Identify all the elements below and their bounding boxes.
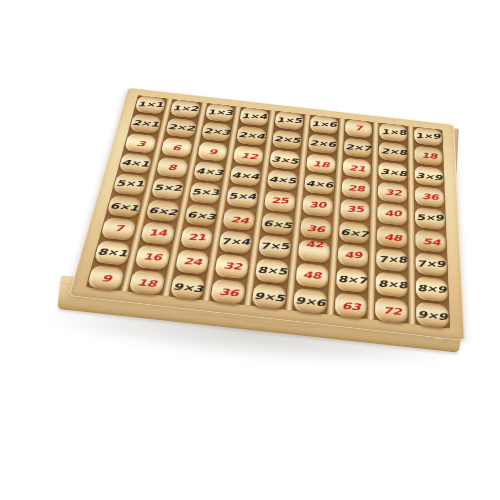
tile-label: 6×7 bbox=[340, 228, 368, 239]
tile-r1c5[interactable]: 1×5 bbox=[275, 111, 304, 131]
tile-r8c7[interactable]: 8×7 bbox=[336, 267, 368, 293]
tile-r3c6[interactable]: 18 bbox=[306, 153, 336, 174]
tile-label: 5×1 bbox=[116, 179, 144, 187]
tile-label: 2×2 bbox=[168, 123, 195, 132]
tile-r1c6[interactable]: 1×6 bbox=[310, 115, 339, 135]
tile-label: 8 bbox=[168, 164, 177, 172]
tile-label: 32 bbox=[384, 188, 401, 197]
tile-label: 1×3 bbox=[207, 109, 233, 117]
tile-label: 18 bbox=[420, 152, 437, 160]
tile-label: 8×8 bbox=[377, 279, 407, 290]
tile-label: 1×6 bbox=[311, 120, 337, 128]
tile-label: 18 bbox=[313, 160, 330, 169]
tile-label: 1×4 bbox=[242, 113, 268, 121]
tile-r1c2[interactable]: 1×2 bbox=[169, 99, 200, 119]
tile-r4c7[interactable]: 28 bbox=[341, 177, 371, 199]
tile-label: 6×2 bbox=[148, 206, 177, 217]
tile-r8c6[interactable]: 48 bbox=[295, 263, 328, 289]
tile-r3c1[interactable]: 3 bbox=[124, 133, 157, 154]
tile-label: 8×9 bbox=[417, 284, 447, 295]
tile-label: 9×6 bbox=[295, 295, 325, 307]
tile-label: 2×3 bbox=[203, 127, 229, 136]
tile-r9c8[interactable]: 72 bbox=[375, 297, 407, 324]
tile-label: 1×2 bbox=[172, 105, 198, 113]
tile-r6c3[interactable]: 6×3 bbox=[184, 203, 218, 227]
tile-r4c6[interactable]: 4×6 bbox=[304, 173, 334, 195]
tile-label: 6×5 bbox=[263, 219, 292, 230]
tile-r2c7[interactable]: 2×7 bbox=[343, 138, 372, 159]
tile-label: 2×5 bbox=[274, 135, 300, 144]
tile-r6c8[interactable]: 48 bbox=[377, 225, 407, 249]
tile-label: 21 bbox=[188, 233, 206, 242]
tile-r7c1[interactable]: 7 bbox=[100, 217, 136, 241]
tile-r5c5[interactable]: 25 bbox=[264, 190, 296, 213]
tile-r1c8[interactable]: 1×8 bbox=[380, 123, 408, 143]
tile-label: 14 bbox=[149, 228, 167, 237]
tile-r5c3[interactable]: 5×3 bbox=[188, 182, 221, 205]
tile-label: 5×2 bbox=[154, 184, 182, 192]
tile-label: 18 bbox=[137, 277, 157, 288]
tile-r6c4[interactable]: 24 bbox=[223, 208, 256, 232]
tile-r7c9[interactable]: 7×9 bbox=[416, 252, 447, 277]
tile-r6c2[interactable]: 6×2 bbox=[145, 199, 180, 222]
tile-r7c5[interactable]: 7×5 bbox=[258, 235, 291, 260]
tile-label: 30 bbox=[308, 201, 326, 209]
tile-label: 6×1 bbox=[109, 201, 139, 212]
tile-r4c2[interactable]: 8 bbox=[156, 157, 189, 179]
tile-label: 7 bbox=[114, 224, 123, 232]
tile-label: 8×5 bbox=[258, 266, 287, 277]
tile-label: 16 bbox=[143, 252, 162, 262]
tile-r3c3[interactable]: 9 bbox=[197, 141, 229, 162]
tile-label: 54 bbox=[422, 237, 440, 247]
tile-label: 40 bbox=[383, 209, 402, 217]
tile-label: 3×8 bbox=[380, 167, 406, 177]
tile-label: 3 bbox=[136, 140, 146, 148]
tile-label: 8×7 bbox=[337, 275, 367, 286]
tile-label: 5×3 bbox=[191, 188, 219, 197]
tile-label: 2×8 bbox=[380, 147, 406, 156]
tile-grid: 1×12×134×15×16×178×191×22×2685×26×214161… bbox=[86, 95, 450, 328]
tile-r4c9[interactable]: 36 bbox=[415, 186, 444, 208]
tile-r6c5[interactable]: 6×5 bbox=[261, 212, 293, 236]
tile-r9c2[interactable]: 18 bbox=[128, 269, 165, 295]
tile-label: 24 bbox=[230, 215, 248, 225]
tile-label: 1×8 bbox=[380, 128, 407, 136]
tile-r8c9[interactable]: 8×9 bbox=[416, 276, 448, 302]
tile-label: 7×5 bbox=[260, 242, 289, 251]
tile-r2c1[interactable]: 2×1 bbox=[129, 114, 161, 134]
tile-r2c9[interactable]: 18 bbox=[415, 146, 443, 167]
tile-r8c8[interactable]: 8×8 bbox=[376, 272, 408, 298]
tile-label: 2×1 bbox=[132, 119, 159, 128]
tile-r8c4[interactable]: 32 bbox=[215, 254, 250, 280]
tile-label: 7×8 bbox=[377, 255, 407, 264]
product-photo-stage: 1×12×134×15×16×178×191×22×2685×26×214161… bbox=[0, 0, 500, 500]
tile-label: 9×9 bbox=[418, 309, 448, 321]
tile-label: 72 bbox=[382, 305, 401, 316]
tile-r4c5[interactable]: 4×5 bbox=[267, 169, 298, 191]
tile-label: 4×1 bbox=[121, 159, 149, 168]
tile-r9c3[interactable]: 9×3 bbox=[169, 274, 205, 300]
tile-label: 8×1 bbox=[97, 247, 128, 258]
tile-label: 9 bbox=[100, 273, 111, 283]
tile-r8c2[interactable]: 16 bbox=[134, 245, 170, 270]
tile-label: 4×5 bbox=[269, 175, 296, 184]
tile-r5c1[interactable]: 5×1 bbox=[113, 173, 147, 196]
tile-r1c4[interactable]: 1×4 bbox=[239, 107, 269, 127]
tile-r1c9[interactable]: 1×9 bbox=[414, 127, 442, 147]
tile-label: 42 bbox=[305, 240, 324, 249]
tile-r2c3[interactable]: 2×3 bbox=[201, 122, 232, 142]
tile-label: 63 bbox=[342, 301, 361, 312]
multiplication-board-tray: 1×12×134×15×16×178×191×22×2685×26×214161… bbox=[69, 88, 465, 341]
tile-r6c6[interactable]: 36 bbox=[300, 216, 332, 240]
tile-label: 1×1 bbox=[138, 101, 164, 108]
tile-label: 48 bbox=[303, 271, 321, 281]
tile-r5c2[interactable]: 5×2 bbox=[150, 177, 184, 200]
tile-r9c1[interactable]: 9 bbox=[87, 265, 125, 291]
tile-label: 2×6 bbox=[309, 139, 335, 148]
tile-label: 12 bbox=[240, 152, 257, 161]
tile-r3c4[interactable]: 12 bbox=[233, 145, 264, 166]
tile-r7c6[interactable]: 42 bbox=[298, 239, 330, 264]
tile-label: 7 bbox=[354, 125, 363, 132]
tile-label: 1×5 bbox=[276, 117, 302, 125]
tile-column-9: 1×9183×9365×9547×98×99×9 bbox=[413, 127, 450, 329]
tile-r7c3[interactable]: 21 bbox=[179, 226, 214, 250]
tile-r4c3[interactable]: 4×3 bbox=[193, 161, 225, 183]
tile-r2c5[interactable]: 2×5 bbox=[272, 130, 302, 150]
tile-label: 2×7 bbox=[345, 143, 371, 152]
tile-r2c6[interactable]: 2×6 bbox=[308, 134, 337, 155]
tile-r4c8[interactable]: 32 bbox=[378, 182, 407, 204]
tile-r9c6[interactable]: 9×6 bbox=[293, 288, 327, 315]
tile-r4c1[interactable]: 4×1 bbox=[118, 153, 152, 175]
tile-label: 4×6 bbox=[306, 180, 333, 189]
tile-label: 4×3 bbox=[195, 167, 222, 176]
tile-label: 24 bbox=[183, 257, 202, 267]
tile-r8c3[interactable]: 24 bbox=[174, 249, 210, 274]
tile-r9c9[interactable]: 9×9 bbox=[416, 301, 449, 328]
tile-label: 2×4 bbox=[239, 131, 265, 140]
tile-label: 3×9 bbox=[416, 172, 443, 182]
tile-r7c8[interactable]: 7×8 bbox=[377, 248, 408, 273]
tile-r5c8[interactable]: 40 bbox=[378, 203, 408, 226]
tile-label: 36 bbox=[219, 287, 239, 298]
tile-r6c1[interactable]: 6×1 bbox=[107, 195, 142, 218]
tile-r6c7[interactable]: 6×7 bbox=[338, 221, 369, 245]
tile-r2c4[interactable]: 2×4 bbox=[236, 126, 266, 146]
tile-r4c4[interactable]: 4×4 bbox=[230, 165, 262, 187]
tile-r9c7[interactable]: 63 bbox=[334, 292, 367, 319]
tile-r2c2[interactable]: 2×2 bbox=[165, 118, 197, 138]
tile-label: 32 bbox=[223, 261, 241, 271]
tile-r5c6[interactable]: 30 bbox=[302, 194, 333, 217]
tile-label: 7×9 bbox=[416, 259, 446, 268]
tile-label: 28 bbox=[348, 184, 365, 193]
tile-label: 6 bbox=[172, 144, 181, 152]
tile-label: 9×5 bbox=[254, 291, 285, 303]
tile-r1c1[interactable]: 1×1 bbox=[134, 95, 166, 115]
tile-label: 25 bbox=[271, 197, 289, 205]
tile-r3c9[interactable]: 3×9 bbox=[415, 165, 444, 186]
tile-label: 49 bbox=[343, 251, 362, 260]
tile-r5c9[interactable]: 5×9 bbox=[415, 207, 445, 230]
tile-r3c5[interactable]: 3×5 bbox=[269, 149, 299, 170]
tile-r3c7[interactable]: 21 bbox=[342, 157, 371, 178]
tile-label: 4×4 bbox=[232, 171, 259, 180]
tile-r3c2[interactable]: 6 bbox=[160, 137, 192, 158]
tile-r5c4[interactable]: 5×4 bbox=[226, 186, 258, 209]
tile-label: 35 bbox=[346, 205, 364, 213]
tile-r8c5[interactable]: 8×5 bbox=[255, 258, 289, 284]
tile-r5c7[interactable]: 35 bbox=[340, 199, 370, 222]
tile-r9c5[interactable]: 9×5 bbox=[252, 283, 287, 310]
tile-r7c7[interactable]: 49 bbox=[337, 243, 369, 268]
tile-label: 3×5 bbox=[271, 155, 298, 165]
tile-r1c7[interactable]: 7 bbox=[345, 119, 373, 139]
tile-r3c8[interactable]: 3×8 bbox=[379, 161, 408, 182]
tile-label: 5×9 bbox=[416, 214, 445, 223]
tile-r2c8[interactable]: 2×8 bbox=[379, 142, 407, 163]
tile-label: 9 bbox=[208, 148, 217, 156]
tile-r1c3[interactable]: 1×3 bbox=[204, 103, 234, 123]
tile-label: 1×9 bbox=[415, 132, 442, 140]
board-perspective-wrapper: 1×12×134×15×16×178×191×22×2685×26×214161… bbox=[81, 3, 479, 401]
tile-label: 9×3 bbox=[172, 282, 203, 294]
tile-column-8: 1×82×83×83240487×88×872 bbox=[374, 123, 409, 324]
tile-label: 36 bbox=[421, 192, 439, 201]
tile-label: 48 bbox=[384, 232, 401, 242]
tile-label: 6×3 bbox=[186, 210, 215, 221]
tile-r7c2[interactable]: 14 bbox=[140, 221, 175, 245]
tile-label: 7×4 bbox=[221, 237, 250, 246]
tile-label: 21 bbox=[349, 164, 365, 173]
tile-r6c9[interactable]: 54 bbox=[416, 229, 447, 253]
tile-r7c4[interactable]: 7×4 bbox=[219, 230, 253, 255]
tile-r8c1[interactable]: 8×1 bbox=[94, 240, 131, 265]
tile-label: 36 bbox=[307, 224, 325, 234]
tile-label: 5×4 bbox=[229, 192, 257, 201]
tile-r9c4[interactable]: 36 bbox=[211, 278, 247, 305]
